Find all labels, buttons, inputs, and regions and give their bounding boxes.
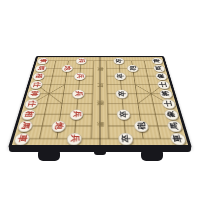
piece-character: 兵 [74, 91, 82, 97]
product-photo-scene: 楚河漢界 車馬相仕帥仕相馬車炮炮兵兵兵兵兵卒卒卒卒卒砲砲車馬象士將士象馬車 [0, 0, 200, 200]
piece-character: 馬 [20, 122, 31, 129]
piece-character: 兵 [77, 59, 84, 63]
piece-character: 卒 [118, 91, 126, 97]
piece-red-elephant[interactable]: 相 [32, 72, 45, 80]
piece-character: 兵 [69, 135, 79, 143]
piece-character: 砲 [129, 66, 137, 71]
piece-character: 將 [161, 91, 170, 97]
piece-character: 卒 [117, 74, 125, 79]
piece-black-soldier[interactable]: 卒 [113, 58, 124, 65]
piece-black-horse[interactable]: 馬 [152, 65, 165, 72]
board-foot-right [141, 151, 163, 161]
xiangqi-board[interactable]: 楚河漢界 車馬相仕帥仕相馬車炮炮兵兵兵兵兵卒卒卒卒卒砲砲車馬象士將士象馬車 [8, 56, 192, 148]
piece-character: 炮 [54, 122, 64, 129]
piece-character: 卒 [119, 111, 128, 118]
piece-black-advisor[interactable]: 士 [156, 81, 170, 89]
piece-black-horse[interactable]: 馬 [166, 120, 183, 131]
piece-character: 仕 [32, 82, 41, 87]
piece-black-soldier[interactable]: 卒 [114, 72, 126, 80]
piece-red-horse[interactable]: 馬 [17, 120, 34, 131]
piece-black-chariot[interactable]: 車 [169, 133, 187, 145]
piece-character: 象 [166, 111, 176, 118]
board-perspective-wrapper: 楚河漢界 車馬相仕帥仕相馬車炮炮兵兵兵兵兵卒卒卒卒卒砲砲車馬象士將士象馬車 [8, 0, 192, 148]
piece-red-horse[interactable]: 馬 [35, 65, 48, 72]
piece-character: 車 [153, 59, 161, 63]
piece-character: 馬 [155, 66, 163, 71]
piece-character: 砲 [136, 122, 146, 129]
board-surface[interactable]: 楚河漢界 車馬相仕帥仕相馬車炮炮兵兵兵兵兵卒卒卒卒卒砲砲車馬象士將士象馬車 [12, 57, 188, 145]
piece-black-soldier[interactable]: 卒 [115, 89, 128, 98]
piece-character: 卒 [115, 59, 122, 63]
piece-character: 車 [39, 59, 47, 63]
piece-black-elephant[interactable]: 象 [154, 72, 167, 80]
piece-character: 馬 [169, 122, 180, 129]
piece-character: 相 [24, 111, 34, 118]
piece-red-advisor[interactable]: 仕 [24, 99, 39, 109]
piece-character: 象 [157, 74, 166, 79]
piece-red-chariot[interactable]: 車 [37, 58, 49, 65]
pieces-layer: 車馬相仕帥仕相馬車炮炮兵兵兵兵兵卒卒卒卒卒砲砲車馬象士將士象馬車 [12, 57, 188, 145]
piece-red-soldier[interactable]: 兵 [66, 133, 82, 145]
piece-character: 卒 [121, 135, 131, 143]
piece-character: 相 [35, 74, 44, 79]
piece-black-advisor[interactable]: 士 [161, 99, 176, 109]
piece-black-general[interactable]: 將 [158, 89, 173, 98]
piece-black-soldier[interactable]: 卒 [118, 133, 134, 145]
piece-red-soldier[interactable]: 兵 [75, 58, 86, 65]
piece-red-soldier[interactable]: 兵 [71, 89, 84, 98]
piece-red-cannon[interactable]: 炮 [51, 120, 67, 131]
piece-character: 車 [17, 135, 28, 143]
piece-red-elephant[interactable]: 相 [21, 109, 37, 119]
piece-red-general[interactable]: 帥 [27, 89, 42, 98]
piece-character: 車 [172, 135, 183, 143]
piece-black-cannon[interactable]: 砲 [134, 120, 150, 131]
piece-black-cannon[interactable]: 砲 [127, 65, 139, 72]
piece-character: 帥 [30, 91, 39, 97]
piece-character: 炮 [63, 66, 71, 71]
piece-character: 仕 [27, 101, 37, 107]
piece-black-soldier[interactable]: 卒 [117, 109, 131, 119]
piece-red-soldier[interactable]: 兵 [74, 72, 86, 80]
piece-black-elephant[interactable]: 象 [163, 109, 179, 119]
piece-character: 兵 [72, 111, 81, 118]
piece-red-advisor[interactable]: 仕 [30, 81, 44, 89]
piece-red-soldier[interactable]: 兵 [69, 109, 83, 119]
board-foot-left [38, 151, 60, 161]
piece-red-cannon[interactable]: 炮 [61, 65, 73, 72]
piece-red-chariot[interactable]: 車 [13, 133, 31, 145]
board-hinge-bump [94, 146, 106, 155]
piece-character: 士 [159, 82, 168, 87]
piece-character: 兵 [76, 74, 84, 79]
piece-character: 馬 [37, 66, 45, 71]
piece-black-chariot[interactable]: 車 [151, 58, 163, 65]
piece-character: 士 [163, 101, 173, 107]
